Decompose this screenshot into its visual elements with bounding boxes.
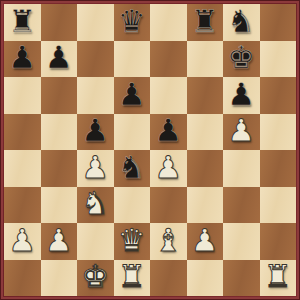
square-a3[interactable] (4, 187, 41, 224)
square-e3[interactable] (150, 187, 187, 224)
square-g6[interactable]: ♟ (223, 77, 260, 114)
white-pawn[interactable]: ♟ (154, 152, 182, 183)
square-e5[interactable]: ♟ (150, 114, 187, 151)
square-e6[interactable] (150, 77, 187, 114)
square-h6[interactable] (260, 77, 297, 114)
chessboard: ♜♛♜♞♟♟♚♟♟♟♟♟♟♞♟♞♟♟♛♝♟♚♜♜ (4, 4, 296, 296)
white-pawn[interactable]: ♟ (81, 152, 109, 183)
square-b4[interactable] (41, 150, 78, 187)
square-f3[interactable] (187, 187, 224, 224)
square-g8[interactable]: ♞ (223, 4, 260, 41)
square-g4[interactable] (223, 150, 260, 187)
square-a7[interactable]: ♟ (4, 41, 41, 78)
square-f7[interactable] (187, 41, 224, 78)
black-knight[interactable]: ♞ (118, 152, 146, 183)
square-h1[interactable]: ♜ (260, 260, 297, 297)
square-b5[interactable] (41, 114, 78, 151)
black-rook[interactable]: ♜ (8, 6, 36, 37)
square-e7[interactable] (150, 41, 187, 78)
square-e2[interactable]: ♝ (150, 223, 187, 260)
black-knight[interactable]: ♞ (227, 6, 255, 37)
square-d8[interactable]: ♛ (114, 4, 151, 41)
square-g2[interactable] (223, 223, 260, 260)
square-a2[interactable]: ♟ (4, 223, 41, 260)
square-a6[interactable] (4, 77, 41, 114)
square-d7[interactable] (114, 41, 151, 78)
square-b3[interactable] (41, 187, 78, 224)
square-h7[interactable] (260, 41, 297, 78)
square-f2[interactable]: ♟ (187, 223, 224, 260)
black-king[interactable]: ♚ (227, 42, 255, 73)
square-h2[interactable] (260, 223, 297, 260)
black-pawn[interactable]: ♟ (227, 79, 255, 110)
black-pawn[interactable]: ♟ (45, 42, 73, 73)
square-h4[interactable] (260, 150, 297, 187)
square-a4[interactable] (4, 150, 41, 187)
square-g1[interactable] (223, 260, 260, 297)
white-pawn[interactable]: ♟ (191, 225, 219, 256)
square-g5[interactable]: ♟ (223, 114, 260, 151)
black-rook[interactable]: ♜ (191, 6, 219, 37)
square-c2[interactable] (77, 223, 114, 260)
white-pawn[interactable]: ♟ (8, 225, 36, 256)
square-a8[interactable]: ♜ (4, 4, 41, 41)
white-knight[interactable]: ♞ (81, 188, 109, 219)
square-e4[interactable]: ♟ (150, 150, 187, 187)
square-f1[interactable] (187, 260, 224, 297)
square-f8[interactable]: ♜ (187, 4, 224, 41)
square-g3[interactable] (223, 187, 260, 224)
square-f5[interactable] (187, 114, 224, 151)
square-b7[interactable]: ♟ (41, 41, 78, 78)
square-b1[interactable] (41, 260, 78, 297)
black-pawn[interactable]: ♟ (8, 42, 36, 73)
square-c7[interactable] (77, 41, 114, 78)
square-d1[interactable]: ♜ (114, 260, 151, 297)
square-a1[interactable] (4, 260, 41, 297)
square-c6[interactable] (77, 77, 114, 114)
black-pawn[interactable]: ♟ (81, 115, 109, 146)
square-e1[interactable] (150, 260, 187, 297)
square-c3[interactable]: ♞ (77, 187, 114, 224)
chessboard-frame: ♜♛♜♞♟♟♚♟♟♟♟♟♟♞♟♞♟♟♛♝♟♚♜♜ (0, 0, 300, 300)
white-king[interactable]: ♚ (81, 261, 109, 292)
square-d4[interactable]: ♞ (114, 150, 151, 187)
square-d2[interactable]: ♛ (114, 223, 151, 260)
square-c8[interactable] (77, 4, 114, 41)
square-b8[interactable] (41, 4, 78, 41)
white-rook[interactable]: ♜ (264, 261, 292, 292)
black-queen[interactable]: ♛ (118, 6, 146, 37)
white-queen[interactable]: ♛ (118, 225, 146, 256)
square-f6[interactable] (187, 77, 224, 114)
white-pawn[interactable]: ♟ (227, 115, 255, 146)
black-pawn[interactable]: ♟ (154, 115, 182, 146)
square-d6[interactable]: ♟ (114, 77, 151, 114)
black-pawn[interactable]: ♟ (118, 79, 146, 110)
square-f4[interactable] (187, 150, 224, 187)
square-c5[interactable]: ♟ (77, 114, 114, 151)
square-h8[interactable] (260, 4, 297, 41)
square-b6[interactable] (41, 77, 78, 114)
square-g7[interactable]: ♚ (223, 41, 260, 78)
square-d5[interactable] (114, 114, 151, 151)
square-c4[interactable]: ♟ (77, 150, 114, 187)
square-a5[interactable] (4, 114, 41, 151)
white-pawn[interactable]: ♟ (45, 225, 73, 256)
square-h5[interactable] (260, 114, 297, 151)
square-e8[interactable] (150, 4, 187, 41)
white-rook[interactable]: ♜ (118, 261, 146, 292)
white-bishop[interactable]: ♝ (154, 225, 182, 256)
square-b2[interactable]: ♟ (41, 223, 78, 260)
square-c1[interactable]: ♚ (77, 260, 114, 297)
square-d3[interactable] (114, 187, 151, 224)
square-h3[interactable] (260, 187, 297, 224)
